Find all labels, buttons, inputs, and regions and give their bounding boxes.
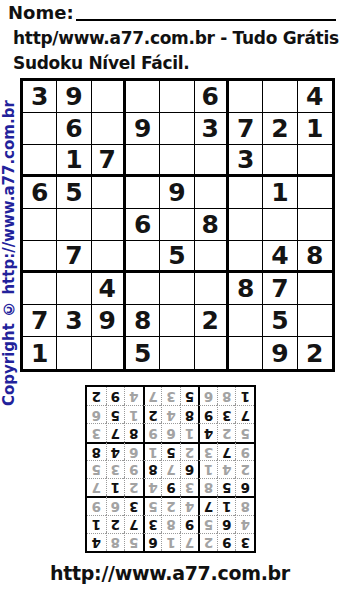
- solution-cell-r2c7: 7: [124, 515, 143, 533]
- puzzle-cell-r5c5[interactable]: [160, 209, 194, 241]
- puzzle-cell-r2c6: 3: [195, 113, 229, 145]
- puzzle-cell-r3c4[interactable]: [126, 145, 160, 177]
- puzzle-cell-r3c8[interactable]: [263, 145, 297, 177]
- solution-cell-r2c4: 9: [180, 515, 199, 533]
- solution-cell-r6c4: 2: [180, 442, 199, 460]
- solution-cell-r6c8: 4: [106, 442, 125, 460]
- puzzle-cell-r6c4[interactable]: [126, 241, 160, 273]
- solution-cell-r7c8: 7: [106, 423, 125, 441]
- solution-cell-r8c9: 6: [87, 405, 106, 423]
- puzzle-cell-r4c6[interactable]: [195, 177, 229, 209]
- solution-cell-r8c7: 1: [124, 405, 143, 423]
- footer-url: http://www.a77.com.br: [0, 562, 340, 584]
- puzzle-cell-r5c1[interactable]: [23, 209, 57, 241]
- solution-cell-r8c4: 8: [180, 405, 199, 423]
- solution-cell-r1c1: 3: [235, 533, 254, 551]
- solution-cell-r9c5: 3: [161, 387, 180, 405]
- solution-cell-r5c8: 3: [106, 460, 125, 478]
- puzzle-cell-r4c8: 1: [263, 177, 297, 209]
- solution-cell-r3c3: 7: [198, 496, 217, 514]
- solution-cell-r1c9: 4: [87, 533, 106, 551]
- solution-cell-r9c3: 6: [198, 387, 217, 405]
- solution-cell-r7c6: 9: [143, 423, 162, 441]
- solution-cell-r1c6: 6: [143, 533, 162, 551]
- puzzle-cell-r4c3[interactable]: [92, 177, 126, 209]
- puzzle-cell-r1c3[interactable]: [92, 81, 126, 113]
- puzzle-cell-r3c5[interactable]: [160, 145, 194, 177]
- puzzle-cell-r4c2: 5: [57, 177, 91, 209]
- solution-cell-r4c6: 4: [143, 478, 162, 496]
- puzzle-cell-r4c5: 9: [160, 177, 194, 209]
- puzzle-cell-r6c9: 8: [298, 241, 332, 273]
- puzzle-cell-r6c1[interactable]: [23, 241, 57, 273]
- solution-cell-r4c9: 7: [87, 478, 106, 496]
- puzzle-cell-r5c7[interactable]: [229, 209, 263, 241]
- solution-cell-r4c7: 2: [124, 478, 143, 496]
- solution-cell-r7c7: 8: [124, 423, 143, 441]
- puzzle-cell-r1c4[interactable]: [126, 81, 160, 113]
- solution-cell-r5c4: 6: [180, 460, 199, 478]
- solution-cell-r9c8: 9: [106, 387, 125, 405]
- puzzle-cell-r4c1: 6: [23, 177, 57, 209]
- puzzle-cell-r5c9[interactable]: [298, 209, 332, 241]
- puzzle-cell-r8c5[interactable]: [160, 305, 194, 337]
- solution-cell-r4c2: 5: [217, 478, 236, 496]
- puzzle-cell-r9c8: 9: [263, 337, 297, 369]
- puzzle-cell-r8c3: 9: [92, 305, 126, 337]
- solution-cell-r7c2: 2: [217, 423, 236, 441]
- puzzle-cell-r5c3[interactable]: [92, 209, 126, 241]
- puzzle-cell-r8c7[interactable]: [229, 305, 263, 337]
- puzzle-cell-r1c6: 6: [195, 81, 229, 113]
- puzzle-cell-r5c2[interactable]: [57, 209, 91, 241]
- puzzle-cell-r5c4: 6: [126, 209, 160, 241]
- solution-cell-r6c3: 3: [198, 442, 217, 460]
- solution-cell-r7c4: 1: [180, 423, 199, 441]
- puzzle-cell-r2c8: 2: [263, 113, 297, 145]
- solution-cell-r2c9: 1: [87, 515, 106, 533]
- solution-cell-r2c3: 5: [198, 515, 217, 533]
- name-fill-line: [76, 2, 336, 21]
- solution-cell-r5c6: 8: [143, 460, 162, 478]
- puzzle-cell-r3c3: 7: [92, 145, 126, 177]
- solution-cell-r6c1: 9: [235, 442, 254, 460]
- puzzle-cell-r2c9: 1: [298, 113, 332, 145]
- solution-cell-r1c5: 1: [161, 533, 180, 551]
- puzzle-cell-r6c7[interactable]: [229, 241, 263, 273]
- solution-cell-r4c4: 3: [180, 478, 199, 496]
- solution-cell-r3c7: 3: [124, 496, 143, 514]
- solution-cell-r2c5: 8: [161, 515, 180, 533]
- solution-cell-r9c7: 4: [124, 387, 143, 405]
- solution-cell-r8c8: 5: [106, 405, 125, 423]
- solution-cell-r6c7: 6: [124, 442, 143, 460]
- solution-cell-r2c6: 3: [143, 515, 162, 533]
- puzzle-cell-r9c3[interactable]: [92, 337, 126, 369]
- solution-cell-r9c2: 8: [217, 387, 236, 405]
- solution-cell-r6c5: 5: [161, 442, 180, 460]
- puzzle-cell-r9c6[interactable]: [195, 337, 229, 369]
- puzzle-cell-r1c5[interactable]: [160, 81, 194, 113]
- solution-cell-r4c5: 9: [161, 478, 180, 496]
- puzzle-cell-r8c2: 3: [57, 305, 91, 337]
- name-row: Nome:: [8, 2, 338, 23]
- puzzle-cell-r9c5[interactable]: [160, 337, 194, 369]
- puzzle-cell-r1c9: 4: [298, 81, 332, 113]
- solution-cell-r5c7: 9: [124, 460, 143, 478]
- site-header: http/www.a77.com.br - Tudo Grátis.: [13, 28, 340, 48]
- puzzle-cell-r8c9[interactable]: [298, 305, 332, 337]
- puzzle-cell-r7c6[interactable]: [195, 273, 229, 305]
- puzzle-cell-r6c6[interactable]: [195, 241, 229, 273]
- puzzle-cell-r8c1: 7: [23, 305, 57, 337]
- puzzle-cell-r1c1: 3: [23, 81, 57, 113]
- puzzle-cell-r9c7[interactable]: [229, 337, 263, 369]
- puzzle-cell-r9c4: 5: [126, 337, 160, 369]
- puzzle-title: Sudoku Nível Fácil.: [13, 53, 190, 73]
- name-label: Nome:: [8, 2, 74, 23]
- puzzle-cell-r9c9: 2: [298, 337, 332, 369]
- puzzle-cell-r7c4[interactable]: [126, 273, 160, 305]
- puzzle-cell-r9c1: 1: [23, 337, 57, 369]
- puzzle-cell-r7c2[interactable]: [57, 273, 91, 305]
- puzzle-cell-r6c2: 7: [57, 241, 91, 273]
- solution-cell-r6c9: 8: [87, 442, 106, 460]
- solution-cell-r2c2: 6: [217, 515, 236, 533]
- solution-cell-r5c3: 1: [198, 460, 217, 478]
- solution-cell-r5c2: 4: [217, 460, 236, 478]
- puzzle-cell-r5c6: 8: [195, 209, 229, 241]
- solution-cell-r8c6: 2: [143, 405, 162, 423]
- solution-cell-r7c3: 4: [198, 423, 217, 441]
- puzzle-cell-r2c1[interactable]: [23, 113, 57, 145]
- solution-cell-r1c3: 2: [198, 533, 217, 551]
- solution-cell-r3c9: 9: [87, 496, 106, 514]
- puzzle-cell-r7c9[interactable]: [298, 273, 332, 305]
- main-sudoku-grid: 396469372117365916875484877398251592: [20, 78, 335, 372]
- puzzle-cell-r7c7: 8: [229, 273, 263, 305]
- puzzle-cell-r3c6[interactable]: [195, 145, 229, 177]
- puzzle-cell-r8c8: 5: [263, 305, 297, 337]
- copyright-vertical-text: Copyright © http://www.a77.com.br: [0, 84, 18, 422]
- solution-cell-r3c4: 4: [180, 496, 199, 514]
- puzzle-cell-r7c1[interactable]: [23, 273, 57, 305]
- solution-cell-r7c1: 5: [235, 423, 254, 441]
- puzzle-cell-r3c2: 1: [57, 145, 91, 177]
- solution-cell-r3c8: 6: [106, 496, 125, 514]
- solution-cell-r1c7: 5: [124, 533, 143, 551]
- puzzle-cell-r7c5[interactable]: [160, 273, 194, 305]
- solution-cell-r6c6: 1: [143, 442, 162, 460]
- puzzle-cell-r1c7[interactable]: [229, 81, 263, 113]
- solution-cell-r7c9: 3: [87, 423, 106, 441]
- solution-cell-r8c5: 4: [161, 405, 180, 423]
- solution-cell-r1c8: 8: [106, 533, 125, 551]
- puzzle-cell-r8c6: 2: [195, 305, 229, 337]
- solution-cell-r4c3: 8: [198, 478, 217, 496]
- solution-cell-r9c9: 2: [87, 387, 106, 405]
- puzzle-cell-r7c8: 7: [263, 273, 297, 305]
- puzzle-cell-r7c3: 4: [92, 273, 126, 305]
- solution-cell-r9c1: 1: [235, 387, 254, 405]
- puzzle-cell-r3c7: 3: [229, 145, 263, 177]
- solution-cell-r8c1: 7: [235, 405, 254, 423]
- puzzle-cell-r2c2: 6: [57, 113, 91, 145]
- puzzle-cell-r2c3[interactable]: [92, 113, 126, 145]
- solution-cell-r8c2: 3: [217, 405, 236, 423]
- puzzle-cell-r4c9[interactable]: [298, 177, 332, 209]
- puzzle-cell-r6c5: 5: [160, 241, 194, 273]
- solution-sudoku-grid-rotated: 3927165844659837218174253696583942172416…: [85, 385, 256, 553]
- puzzle-cell-r2c5[interactable]: [160, 113, 194, 145]
- solution-cell-r3c6: 5: [143, 496, 162, 514]
- solution-cell-r3c5: 2: [161, 496, 180, 514]
- solution-cell-r2c8: 2: [106, 515, 125, 533]
- puzzle-cell-r3c9[interactable]: [298, 145, 332, 177]
- solution-cell-r9c4: 5: [180, 387, 199, 405]
- puzzle-cell-r6c3[interactable]: [92, 241, 126, 273]
- solution-cell-r2c1: 4: [235, 515, 254, 533]
- solution-cell-r9c6: 7: [143, 387, 162, 405]
- solution-cell-r1c2: 9: [217, 533, 236, 551]
- puzzle-cell-r5c8[interactable]: [263, 209, 297, 241]
- solution-cell-r3c1: 8: [235, 496, 254, 514]
- puzzle-cell-r2c7: 7: [229, 113, 263, 145]
- puzzle-cell-r4c4[interactable]: [126, 177, 160, 209]
- solution-cell-r4c8: 1: [106, 478, 125, 496]
- puzzle-cell-r9c2[interactable]: [57, 337, 91, 369]
- solution-cell-r5c1: 2: [235, 460, 254, 478]
- puzzle-cell-r3c1[interactable]: [23, 145, 57, 177]
- solution-cell-r4c1: 6: [235, 478, 254, 496]
- solution-cell-r6c2: 7: [217, 442, 236, 460]
- solution-cell-r3c2: 1: [217, 496, 236, 514]
- puzzle-cell-r8c4: 8: [126, 305, 160, 337]
- puzzle-cell-r1c2: 9: [57, 81, 91, 113]
- puzzle-cell-r1c8[interactable]: [263, 81, 297, 113]
- solution-cell-r5c5: 7: [161, 460, 180, 478]
- solution-cell-r7c5: 6: [161, 423, 180, 441]
- solution-cell-r1c4: 7: [180, 533, 199, 551]
- puzzle-cell-r2c4: 9: [126, 113, 160, 145]
- solution-cell-r5c9: 5: [87, 460, 106, 478]
- solution-cell-r8c3: 9: [198, 405, 217, 423]
- puzzle-cell-r4c7[interactable]: [229, 177, 263, 209]
- puzzle-cell-r6c8: 4: [263, 241, 297, 273]
